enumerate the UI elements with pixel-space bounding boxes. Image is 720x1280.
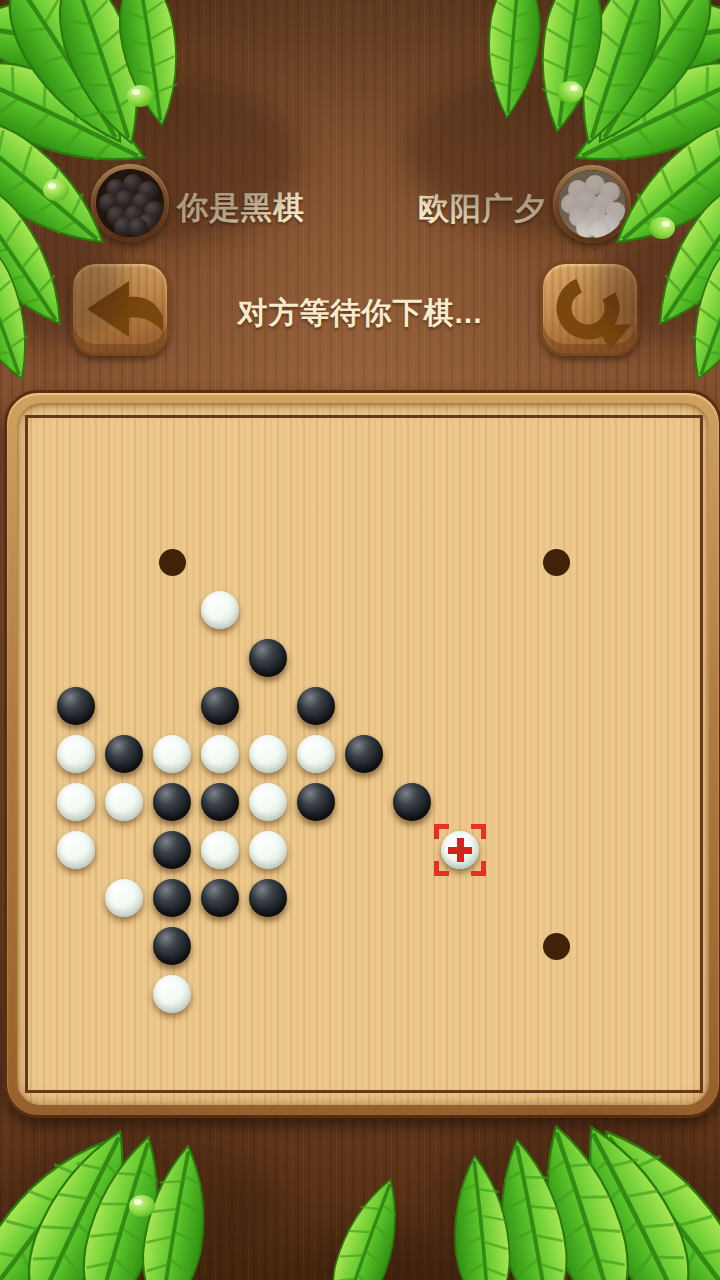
intersection[interactable]: [436, 970, 484, 1018]
intersection[interactable]: [17, 922, 52, 970]
intersection[interactable]: [676, 874, 709, 922]
gomoku-game-screen: 你是黑棋 欧阳广夕 对方等待你: [0, 0, 720, 1280]
intersection[interactable]: [244, 1066, 292, 1105]
intersection[interactable]: [532, 442, 580, 490]
star-point: [159, 549, 186, 576]
white-stone: [249, 831, 287, 869]
intersection[interactable]: [388, 778, 436, 826]
intersection[interactable]: [628, 634, 676, 682]
intersection[interactable]: [436, 1066, 484, 1105]
intersection[interactable]: [676, 490, 709, 538]
intersection[interactable]: [52, 1018, 100, 1066]
intersection[interactable]: [436, 442, 484, 490]
intersection[interactable]: [532, 970, 580, 1018]
intersection[interactable]: [244, 1018, 292, 1066]
intersection[interactable]: [100, 826, 148, 874]
intersection[interactable]: [628, 1018, 676, 1066]
intersection[interactable]: [100, 682, 148, 730]
intersection[interactable]: [580, 586, 628, 634]
intersection[interactable]: [388, 922, 436, 970]
black-stone: [249, 879, 287, 917]
intersection[interactable]: [388, 403, 436, 442]
black-stones-bowl-icon: [96, 169, 164, 237]
intersection[interactable]: [676, 442, 709, 490]
intersection[interactable]: [484, 826, 532, 874]
white-stone: [105, 879, 143, 917]
white-stone: [297, 735, 335, 773]
black-stone: [201, 687, 239, 725]
board-surface: [17, 403, 709, 1105]
intersection[interactable]: [436, 403, 484, 442]
intersection[interactable]: [196, 538, 244, 586]
opponent-name: 欧阳广夕: [418, 188, 546, 230]
intersection[interactable]: [52, 826, 100, 874]
black-stone: [345, 735, 383, 773]
intersection[interactable]: [244, 778, 292, 826]
intersection[interactable]: [52, 586, 100, 634]
intersection[interactable]: [148, 1066, 196, 1105]
intersection[interactable]: [196, 586, 244, 634]
intersection[interactable]: [196, 490, 244, 538]
intersection[interactable]: [676, 682, 709, 730]
intersection[interactable]: [628, 442, 676, 490]
intersection[interactable]: [17, 442, 52, 490]
intersection[interactable]: [196, 682, 244, 730]
intersection[interactable]: [676, 586, 709, 634]
intersection[interactable]: [292, 778, 340, 826]
intersection[interactable]: [628, 922, 676, 970]
intersection[interactable]: [244, 442, 292, 490]
intersection[interactable]: [388, 634, 436, 682]
intersection[interactable]: [340, 730, 388, 778]
black-stone: [249, 639, 287, 677]
intersection[interactable]: [100, 403, 148, 442]
intersection[interactable]: [676, 778, 709, 826]
white-stone: [57, 831, 95, 869]
intersection[interactable]: [196, 1018, 244, 1066]
intersection[interactable]: [532, 682, 580, 730]
intersection[interactable]: [17, 1066, 52, 1105]
white-stones-bowl-icon: [558, 170, 626, 238]
intersection[interactable]: [17, 490, 52, 538]
black-stone: [297, 687, 335, 725]
intersection[interactable]: [17, 1018, 52, 1066]
intersection[interactable]: [484, 634, 532, 682]
black-stone: [153, 927, 191, 965]
intersection[interactable]: [292, 874, 340, 922]
intersection[interactable]: [436, 586, 484, 634]
intersection[interactable]: [628, 538, 676, 586]
intersection[interactable]: [388, 490, 436, 538]
intersection[interactable]: [100, 1066, 148, 1105]
intersection[interactable]: [628, 586, 676, 634]
intersection[interactable]: [292, 538, 340, 586]
intersection[interactable]: [580, 442, 628, 490]
intersection[interactable]: [52, 682, 100, 730]
gomoku-board: [4, 390, 720, 1118]
intersection[interactable]: [196, 730, 244, 778]
intersection[interactable]: [628, 682, 676, 730]
intersection[interactable]: [340, 403, 388, 442]
intersection[interactable]: [628, 1066, 676, 1105]
intersection[interactable]: [388, 1066, 436, 1105]
intersection[interactable]: [628, 403, 676, 442]
last-move-cross-icon: [448, 838, 472, 862]
restart-button[interactable]: [540, 261, 640, 356]
intersection[interactable]: [196, 970, 244, 1018]
intersection[interactable]: [340, 1018, 388, 1066]
intersection[interactable]: [244, 970, 292, 1018]
intersection[interactable]: [196, 634, 244, 682]
white-stone: [249, 735, 287, 773]
leaf-cluster-bottom-left: [0, 1118, 416, 1280]
intersection[interactable]: [148, 586, 196, 634]
intersection[interactable]: [484, 730, 532, 778]
intersection[interactable]: [17, 403, 52, 442]
intersection[interactable]: [148, 874, 196, 922]
intersection[interactable]: [148, 403, 196, 442]
intersection[interactable]: [580, 730, 628, 778]
intersection[interactable]: [244, 730, 292, 778]
intersection[interactable]: [244, 490, 292, 538]
intersection[interactable]: [484, 490, 532, 538]
intersection[interactable]: [17, 874, 52, 922]
intersection[interactable]: [52, 1066, 100, 1105]
intersection[interactable]: [292, 586, 340, 634]
intersection[interactable]: [532, 403, 580, 442]
intersection[interactable]: [340, 634, 388, 682]
black-stone: [297, 783, 335, 821]
intersection[interactable]: [484, 538, 532, 586]
white-stone: [57, 735, 95, 773]
intersection[interactable]: [292, 1018, 340, 1066]
intersection[interactable]: [148, 442, 196, 490]
intersection[interactable]: [484, 778, 532, 826]
intersection[interactable]: [532, 730, 580, 778]
intersection[interactable]: [532, 634, 580, 682]
intersection[interactable]: [244, 682, 292, 730]
intersection[interactable]: [148, 538, 196, 586]
intersection[interactable]: [292, 490, 340, 538]
intersection[interactable]: [196, 778, 244, 826]
intersection[interactable]: [484, 922, 532, 970]
intersection[interactable]: [532, 1066, 580, 1105]
leaf-cluster-bottom-right: [446, 1111, 720, 1280]
intersection[interactable]: [292, 730, 340, 778]
intersection[interactable]: [388, 586, 436, 634]
intersection[interactable]: [292, 826, 340, 874]
intersection[interactable]: [580, 970, 628, 1018]
intersection[interactable]: [388, 874, 436, 922]
intersection[interactable]: [532, 874, 580, 922]
intersection[interactable]: [52, 778, 100, 826]
white-stone: [201, 831, 239, 869]
intersection[interactable]: [436, 538, 484, 586]
intersection[interactable]: [100, 922, 148, 970]
intersection[interactable]: [580, 922, 628, 970]
intersection[interactable]: [244, 874, 292, 922]
intersection[interactable]: [17, 970, 52, 1018]
intersection[interactable]: [292, 682, 340, 730]
intersection[interactable]: [532, 538, 580, 586]
intersection[interactable]: [676, 730, 709, 778]
intersection[interactable]: [244, 826, 292, 874]
intersection[interactable]: [17, 634, 52, 682]
star-point: [543, 933, 570, 960]
intersection[interactable]: [52, 634, 100, 682]
intersection[interactable]: [52, 403, 100, 442]
white-stone: [201, 735, 239, 773]
intersection[interactable]: [580, 490, 628, 538]
intersection[interactable]: [340, 778, 388, 826]
intersection[interactable]: [148, 970, 196, 1018]
intersection[interactable]: [340, 922, 388, 970]
intersection[interactable]: [532, 490, 580, 538]
intersection[interactable]: [388, 682, 436, 730]
intersection[interactable]: [100, 730, 148, 778]
white-stone: [153, 975, 191, 1013]
intersection[interactable]: [388, 970, 436, 1018]
intersection[interactable]: [196, 442, 244, 490]
intersection[interactable]: [532, 586, 580, 634]
intersection[interactable]: [17, 826, 52, 874]
intersection[interactable]: [17, 730, 52, 778]
intersection[interactable]: [100, 778, 148, 826]
intersection[interactable]: [436, 490, 484, 538]
intersection[interactable]: [292, 403, 340, 442]
intersection[interactable]: [436, 922, 484, 970]
intersection[interactable]: [436, 682, 484, 730]
intersection[interactable]: [532, 922, 580, 970]
intersection[interactable]: [340, 442, 388, 490]
intersection[interactable]: [196, 874, 244, 922]
intersection[interactable]: [436, 826, 484, 874]
intersection[interactable]: [148, 730, 196, 778]
intersection[interactable]: [292, 922, 340, 970]
intersection[interactable]: [628, 490, 676, 538]
intersection[interactable]: [580, 403, 628, 442]
intersection[interactable]: [676, 538, 709, 586]
star-point: [543, 549, 570, 576]
intersection[interactable]: [100, 634, 148, 682]
intersection[interactable]: [148, 1018, 196, 1066]
intersection[interactable]: [676, 1018, 709, 1066]
intersection[interactable]: [244, 538, 292, 586]
intersection[interactable]: [52, 538, 100, 586]
intersection[interactable]: [676, 1066, 709, 1105]
intersection[interactable]: [580, 538, 628, 586]
intersection[interactable]: [244, 586, 292, 634]
black-stones-bowl: [91, 164, 169, 242]
black-stone: [201, 783, 239, 821]
intersection[interactable]: [196, 922, 244, 970]
intersection[interactable]: [580, 826, 628, 874]
intersection[interactable]: [148, 826, 196, 874]
intersection[interactable]: [52, 490, 100, 538]
white-stone: [57, 783, 95, 821]
black-stone: [153, 879, 191, 917]
intersection[interactable]: [628, 730, 676, 778]
intersection[interactable]: [580, 682, 628, 730]
intersection[interactable]: [100, 538, 148, 586]
intersection[interactable]: [484, 1018, 532, 1066]
intersection[interactable]: [436, 778, 484, 826]
intersection[interactable]: [340, 970, 388, 1018]
intersection[interactable]: [484, 874, 532, 922]
intersection[interactable]: [17, 586, 52, 634]
black-stone: [393, 783, 431, 821]
intersection[interactable]: [100, 970, 148, 1018]
intersection[interactable]: [580, 1018, 628, 1066]
intersection[interactable]: [532, 826, 580, 874]
intersection[interactable]: [340, 826, 388, 874]
intersection[interactable]: [148, 682, 196, 730]
black-stone: [105, 735, 143, 773]
intersection[interactable]: [340, 490, 388, 538]
intersection[interactable]: [340, 586, 388, 634]
intersection[interactable]: [148, 922, 196, 970]
intersection[interactable]: [52, 730, 100, 778]
restart-icon: [548, 268, 632, 350]
intersection[interactable]: [17, 538, 52, 586]
intersection[interactable]: [100, 442, 148, 490]
intersection[interactable]: [244, 922, 292, 970]
intersection[interactable]: [676, 826, 709, 874]
intersection[interactable]: [580, 874, 628, 922]
intersection[interactable]: [196, 1066, 244, 1105]
intersection[interactable]: [292, 634, 340, 682]
intersection[interactable]: [388, 1018, 436, 1066]
intersection[interactable]: [676, 634, 709, 682]
intersection[interactable]: [484, 442, 532, 490]
intersection[interactable]: [628, 874, 676, 922]
intersection[interactable]: [52, 442, 100, 490]
intersection[interactable]: [484, 586, 532, 634]
intersection[interactable]: [532, 778, 580, 826]
intersection[interactable]: [100, 1018, 148, 1066]
intersection[interactable]: [628, 826, 676, 874]
intersection[interactable]: [52, 874, 100, 922]
intersection[interactable]: [436, 634, 484, 682]
intersection[interactable]: [52, 922, 100, 970]
intersection[interactable]: [580, 634, 628, 682]
intersection[interactable]: [676, 970, 709, 1018]
intersection[interactable]: [388, 730, 436, 778]
white-stone: [249, 783, 287, 821]
intersection[interactable]: [244, 634, 292, 682]
intersection[interactable]: [100, 490, 148, 538]
intersection[interactable]: [148, 778, 196, 826]
intersection[interactable]: [580, 778, 628, 826]
intersection[interactable]: [484, 970, 532, 1018]
intersection[interactable]: [628, 778, 676, 826]
intersection[interactable]: [628, 970, 676, 1018]
intersection[interactable]: [292, 442, 340, 490]
intersection[interactable]: [52, 970, 100, 1018]
black-stone: [153, 831, 191, 869]
intersection[interactable]: [676, 403, 709, 442]
white-stone: [153, 735, 191, 773]
intersection[interactable]: [580, 1066, 628, 1105]
intersection[interactable]: [17, 682, 52, 730]
intersection[interactable]: [388, 538, 436, 586]
white-stones-bowl: [553, 165, 631, 243]
you-are-black-label: 你是黑棋: [177, 187, 305, 229]
black-stone: [153, 783, 191, 821]
intersection[interactable]: [484, 1066, 532, 1105]
black-stone: [201, 879, 239, 917]
black-stone: [57, 687, 95, 725]
intersection[interactable]: [17, 778, 52, 826]
intersection[interactable]: [484, 682, 532, 730]
intersection[interactable]: [196, 403, 244, 442]
white-stone: [105, 783, 143, 821]
intersection[interactable]: [388, 442, 436, 490]
intersection[interactable]: [676, 922, 709, 970]
intersection[interactable]: [292, 970, 340, 1018]
intersection[interactable]: [148, 634, 196, 682]
intersection[interactable]: [292, 1066, 340, 1105]
intersection[interactable]: [340, 874, 388, 922]
intersection[interactable]: [436, 730, 484, 778]
intersection[interactable]: [196, 826, 244, 874]
intersection[interactable]: [532, 1018, 580, 1066]
intersection[interactable]: [484, 403, 532, 442]
white-stone: [201, 591, 239, 629]
intersection[interactable]: [244, 403, 292, 442]
intersection[interactable]: [100, 874, 148, 922]
intersection[interactable]: [148, 490, 196, 538]
board-grid: [17, 403, 709, 1105]
intersection[interactable]: [436, 1018, 484, 1066]
intersection[interactable]: [100, 586, 148, 634]
intersection[interactable]: [340, 1066, 388, 1105]
intersection[interactable]: [436, 874, 484, 922]
intersection[interactable]: [388, 826, 436, 874]
intersection[interactable]: [340, 682, 388, 730]
intersection[interactable]: [340, 538, 388, 586]
